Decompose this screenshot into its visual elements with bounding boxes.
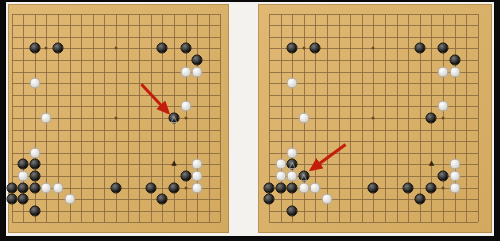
grid-line bbox=[12, 141, 221, 142]
white-stone bbox=[192, 182, 203, 193]
black-stone bbox=[287, 205, 298, 216]
black-stone bbox=[438, 43, 449, 54]
black-stone bbox=[157, 43, 168, 54]
white-stone bbox=[41, 112, 52, 123]
black-stone bbox=[157, 194, 168, 205]
black-stone bbox=[264, 194, 275, 205]
grid-line bbox=[269, 199, 478, 200]
black-stone bbox=[287, 43, 298, 54]
white-stone bbox=[438, 66, 449, 77]
white-stone bbox=[438, 101, 449, 112]
white-stone bbox=[192, 66, 203, 77]
black-stone bbox=[168, 182, 179, 193]
star-point-icon bbox=[372, 47, 375, 50]
white-stone bbox=[29, 147, 40, 158]
triangle-point-marker-icon: ▲ bbox=[171, 160, 176, 167]
white-stone bbox=[322, 194, 333, 205]
white-stone bbox=[275, 170, 286, 181]
triangle-mark-icon: △ bbox=[288, 160, 297, 170]
star-point-icon bbox=[372, 116, 375, 119]
white-stone bbox=[310, 182, 321, 193]
triangle-mark-icon: △ bbox=[169, 113, 178, 123]
grid-line bbox=[128, 14, 129, 223]
grid-line bbox=[269, 211, 478, 212]
star-point-icon bbox=[114, 47, 117, 50]
white-stone bbox=[29, 78, 40, 89]
grid-line bbox=[12, 211, 221, 212]
grid-line bbox=[12, 222, 221, 223]
black-stone bbox=[29, 170, 40, 181]
star-point-icon bbox=[442, 116, 445, 119]
white-stone bbox=[449, 159, 460, 170]
white-stone bbox=[298, 182, 309, 193]
white-stone bbox=[449, 66, 460, 77]
grid-line bbox=[269, 164, 478, 165]
star-point-icon bbox=[184, 116, 187, 119]
black-stone bbox=[18, 182, 29, 193]
triangle-marked-black-stone: △ bbox=[287, 159, 298, 170]
white-stone bbox=[192, 159, 203, 170]
white-stone bbox=[287, 170, 298, 181]
triangle-point-marker-icon: ▲ bbox=[429, 160, 434, 167]
black-stone bbox=[310, 43, 321, 54]
black-stone bbox=[287, 182, 298, 193]
black-stone bbox=[145, 182, 156, 193]
black-stone bbox=[414, 194, 425, 205]
black-stone bbox=[180, 170, 191, 181]
grid-line bbox=[385, 14, 386, 223]
white-stone bbox=[64, 194, 75, 205]
white-stone bbox=[180, 101, 191, 112]
white-stone bbox=[192, 170, 203, 181]
grid-line bbox=[466, 14, 467, 223]
black-stone bbox=[264, 182, 275, 193]
triangle-marked-black-stone: △ bbox=[168, 112, 179, 123]
grid-line bbox=[478, 14, 479, 223]
white-stone bbox=[52, 182, 63, 193]
black-stone bbox=[414, 43, 425, 54]
grid-line bbox=[139, 14, 140, 223]
grid-line bbox=[209, 14, 210, 223]
black-stone bbox=[438, 170, 449, 181]
grid-line bbox=[12, 164, 221, 165]
black-stone bbox=[403, 182, 414, 193]
black-stone bbox=[449, 54, 460, 65]
white-stone bbox=[298, 112, 309, 123]
grid-line bbox=[12, 153, 221, 154]
black-stone bbox=[29, 205, 40, 216]
star-point-icon bbox=[184, 186, 187, 189]
star-point-icon bbox=[45, 47, 48, 50]
grid-line bbox=[269, 141, 478, 142]
black-stone bbox=[426, 182, 437, 193]
white-stone bbox=[180, 66, 191, 77]
black-stone bbox=[180, 43, 191, 54]
grid-line bbox=[269, 130, 478, 131]
black-stone bbox=[6, 194, 17, 205]
white-stone bbox=[287, 78, 298, 89]
white-stone bbox=[275, 159, 286, 170]
black-stone bbox=[29, 182, 40, 193]
grid-line bbox=[269, 153, 478, 154]
black-stone bbox=[426, 112, 437, 123]
grid-line bbox=[397, 14, 398, 223]
black-stone bbox=[6, 182, 17, 193]
white-stone bbox=[449, 182, 460, 193]
black-stone bbox=[18, 159, 29, 170]
grid-line bbox=[220, 14, 221, 223]
black-stone bbox=[368, 182, 379, 193]
black-stone bbox=[18, 194, 29, 205]
black-stone bbox=[110, 182, 121, 193]
star-point-icon bbox=[114, 116, 117, 119]
triangle-marked-black-stone: △ bbox=[298, 170, 309, 181]
white-stone bbox=[287, 147, 298, 158]
star-point-icon bbox=[302, 47, 305, 50]
grid-line bbox=[12, 199, 221, 200]
go-board-right[interactable]: △△▲ bbox=[258, 4, 492, 233]
white-stone bbox=[449, 170, 460, 181]
go-board-left[interactable]: △▲ bbox=[8, 4, 229, 233]
black-stone bbox=[192, 54, 203, 65]
triangle-mark-icon: △ bbox=[299, 171, 308, 181]
white-stone bbox=[41, 182, 52, 193]
black-stone bbox=[29, 159, 40, 170]
black-stone bbox=[275, 182, 286, 193]
black-stone bbox=[52, 43, 63, 54]
grid-line bbox=[269, 222, 478, 223]
grid-line bbox=[12, 130, 221, 131]
star-point-icon bbox=[442, 186, 445, 189]
black-stone bbox=[29, 43, 40, 54]
white-stone bbox=[18, 170, 29, 181]
